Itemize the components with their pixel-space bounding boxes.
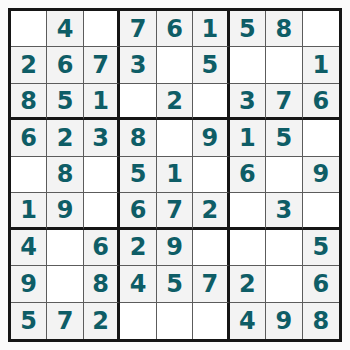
- cell-r7c9[interactable]: 5: [303, 230, 339, 266]
- cell-r2c4[interactable]: 3: [120, 47, 156, 83]
- sudoku-board: 4761582673518512376623891585169196723462…: [8, 8, 342, 342]
- cell-r1c4[interactable]: 7: [120, 11, 156, 47]
- cell-r5c7[interactable]: 6: [230, 157, 266, 193]
- cell-r2c3[interactable]: 7: [84, 47, 120, 83]
- cell-r3c5[interactable]: 2: [157, 84, 193, 120]
- cell-r8c7[interactable]: 2: [230, 266, 266, 302]
- cell-r7c1[interactable]: 4: [11, 230, 47, 266]
- cell-r5c2[interactable]: 8: [47, 157, 83, 193]
- cell-r5c1[interactable]: [11, 157, 47, 193]
- cell-r6c5[interactable]: 7: [157, 193, 193, 229]
- cell-r4c9[interactable]: [303, 120, 339, 156]
- cell-r2c6[interactable]: 5: [193, 47, 229, 83]
- cell-r3c1[interactable]: 8: [11, 84, 47, 120]
- cell-r3c9[interactable]: 6: [303, 84, 339, 120]
- cell-r1c7[interactable]: 5: [230, 11, 266, 47]
- cell-r7c8[interactable]: [266, 230, 302, 266]
- cell-r4c1[interactable]: 6: [11, 120, 47, 156]
- cell-r9c6[interactable]: [193, 303, 229, 339]
- cell-r2c2[interactable]: 6: [47, 47, 83, 83]
- cell-r7c2[interactable]: [47, 230, 83, 266]
- cell-r2c1[interactable]: 2: [11, 47, 47, 83]
- cell-r4c3[interactable]: 3: [84, 120, 120, 156]
- cell-r1c9[interactable]: [303, 11, 339, 47]
- cell-r9c2[interactable]: 7: [47, 303, 83, 339]
- cell-r4c6[interactable]: 9: [193, 120, 229, 156]
- cell-r3c7[interactable]: 3: [230, 84, 266, 120]
- cell-r9c4[interactable]: [120, 303, 156, 339]
- cell-r6c2[interactable]: 9: [47, 193, 83, 229]
- cell-r1c8[interactable]: 8: [266, 11, 302, 47]
- cell-r5c9[interactable]: 9: [303, 157, 339, 193]
- cell-r4c7[interactable]: 1: [230, 120, 266, 156]
- cell-r4c2[interactable]: 2: [47, 120, 83, 156]
- cell-r8c1[interactable]: 9: [11, 266, 47, 302]
- cell-r8c9[interactable]: 6: [303, 266, 339, 302]
- cell-r6c6[interactable]: 2: [193, 193, 229, 229]
- cell-r1c2[interactable]: 4: [47, 11, 83, 47]
- cell-r3c3[interactable]: 1: [84, 84, 120, 120]
- cell-r1c6[interactable]: 1: [193, 11, 229, 47]
- cell-r2c7[interactable]: [230, 47, 266, 83]
- cell-r6c1[interactable]: 1: [11, 193, 47, 229]
- cell-r1c1[interactable]: [11, 11, 47, 47]
- cell-r9c7[interactable]: 4: [230, 303, 266, 339]
- cell-r2c8[interactable]: [266, 47, 302, 83]
- cell-r3c8[interactable]: 7: [266, 84, 302, 120]
- cell-r3c6[interactable]: [193, 84, 229, 120]
- cell-r7c5[interactable]: 9: [157, 230, 193, 266]
- cell-r9c5[interactable]: [157, 303, 193, 339]
- cell-r8c6[interactable]: 7: [193, 266, 229, 302]
- sudoku-page: 4761582673518512376623891585169196723462…: [0, 0, 350, 350]
- cell-r9c9[interactable]: 8: [303, 303, 339, 339]
- cell-r6c4[interactable]: 6: [120, 193, 156, 229]
- cell-r3c2[interactable]: 5: [47, 84, 83, 120]
- cell-r6c8[interactable]: 3: [266, 193, 302, 229]
- cell-r6c3[interactable]: [84, 193, 120, 229]
- cell-r4c5[interactable]: [157, 120, 193, 156]
- cell-r5c6[interactable]: [193, 157, 229, 193]
- cell-r1c5[interactable]: 6: [157, 11, 193, 47]
- cell-r4c4[interactable]: 8: [120, 120, 156, 156]
- cell-r3c4[interactable]: [120, 84, 156, 120]
- cell-r9c8[interactable]: 9: [266, 303, 302, 339]
- cell-r7c7[interactable]: [230, 230, 266, 266]
- cell-r4c8[interactable]: 5: [266, 120, 302, 156]
- cell-r8c4[interactable]: 4: [120, 266, 156, 302]
- cell-r2c5[interactable]: [157, 47, 193, 83]
- cell-r5c8[interactable]: [266, 157, 302, 193]
- cell-r8c5[interactable]: 5: [157, 266, 193, 302]
- cell-r5c4[interactable]: 5: [120, 157, 156, 193]
- cell-r8c3[interactable]: 8: [84, 266, 120, 302]
- cell-r6c7[interactable]: [230, 193, 266, 229]
- cell-r5c5[interactable]: 1: [157, 157, 193, 193]
- cell-r8c2[interactable]: [47, 266, 83, 302]
- cell-r7c6[interactable]: [193, 230, 229, 266]
- cell-r5c3[interactable]: [84, 157, 120, 193]
- cell-r9c1[interactable]: 5: [11, 303, 47, 339]
- cell-r2c9[interactable]: 1: [303, 47, 339, 83]
- cell-r8c8[interactable]: [266, 266, 302, 302]
- cell-r7c3[interactable]: 6: [84, 230, 120, 266]
- cell-r9c3[interactable]: 2: [84, 303, 120, 339]
- cell-r1c3[interactable]: [84, 11, 120, 47]
- cell-r7c4[interactable]: 2: [120, 230, 156, 266]
- cell-r6c9[interactable]: [303, 193, 339, 229]
